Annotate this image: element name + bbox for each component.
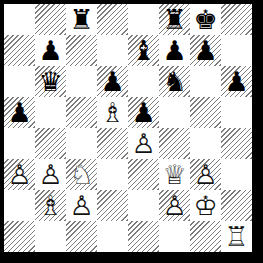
square-h2[interactable] bbox=[221, 190, 252, 221]
square-c7[interactable] bbox=[66, 35, 97, 66]
square-d6[interactable]: ♟ bbox=[97, 66, 128, 97]
board-frame: ♜♜♚♟♝♟♟♛♟♞♟♟♝♗♟♟♙♟♙♟♙♞♘♛♕♟♙♝♗♟♙♟♙♚♔♜♖ bbox=[0, 0, 263, 263]
square-b4[interactable] bbox=[35, 128, 66, 159]
black-rook: ♜ bbox=[159, 4, 190, 35]
pawn-outline-glyph: ♙ bbox=[35, 159, 66, 190]
square-h1[interactable]: ♜♖ bbox=[221, 221, 252, 252]
black-pawn: ♟ bbox=[35, 35, 66, 66]
pawn-glyph: ♟ bbox=[35, 35, 66, 66]
square-g2[interactable]: ♚♔ bbox=[190, 190, 221, 221]
bishop-glyph: ♝ bbox=[128, 35, 159, 66]
pawn-outline-glyph: ♙ bbox=[159, 190, 190, 221]
black-queen: ♛ bbox=[35, 66, 66, 97]
square-d1[interactable] bbox=[97, 221, 128, 252]
square-e5[interactable]: ♟ bbox=[128, 97, 159, 128]
square-c1[interactable] bbox=[66, 221, 97, 252]
white-bishop: ♝♗ bbox=[35, 190, 66, 221]
king-glyph: ♚ bbox=[190, 4, 221, 35]
queen-glyph: ♛ bbox=[35, 66, 66, 97]
square-e1[interactable] bbox=[128, 221, 159, 252]
square-c8[interactable]: ♜ bbox=[66, 4, 97, 35]
square-a4[interactable] bbox=[4, 128, 35, 159]
white-rook: ♜♖ bbox=[221, 221, 252, 252]
square-a3[interactable]: ♟♙ bbox=[4, 159, 35, 190]
knight-outline-glyph: ♘ bbox=[66, 159, 97, 190]
pawn-outline-glyph: ♙ bbox=[66, 190, 97, 221]
square-e6[interactable] bbox=[128, 66, 159, 97]
square-f3[interactable]: ♛♕ bbox=[159, 159, 190, 190]
pawn-outline-glyph: ♙ bbox=[128, 128, 159, 159]
white-knight: ♞♘ bbox=[66, 159, 97, 190]
square-a8[interactable] bbox=[4, 4, 35, 35]
rook-outline-glyph: ♖ bbox=[221, 221, 252, 252]
pawn-glyph: ♟ bbox=[128, 97, 159, 128]
square-f5[interactable] bbox=[159, 97, 190, 128]
bishop-outline-glyph: ♗ bbox=[97, 97, 128, 128]
square-d8[interactable] bbox=[97, 4, 128, 35]
pawn-glyph: ♟ bbox=[221, 66, 252, 97]
pawn-glyph: ♟ bbox=[190, 35, 221, 66]
square-a7[interactable] bbox=[4, 35, 35, 66]
rook-glyph: ♜ bbox=[66, 4, 97, 35]
square-g4[interactable] bbox=[190, 128, 221, 159]
square-g6[interactable] bbox=[190, 66, 221, 97]
square-g1[interactable] bbox=[190, 221, 221, 252]
black-pawn: ♟ bbox=[128, 97, 159, 128]
square-e7[interactable]: ♝ bbox=[128, 35, 159, 66]
white-pawn: ♟♙ bbox=[66, 190, 97, 221]
square-g7[interactable]: ♟ bbox=[190, 35, 221, 66]
black-bishop: ♝ bbox=[128, 35, 159, 66]
white-bishop: ♝♗ bbox=[97, 97, 128, 128]
king-outline-glyph: ♔ bbox=[190, 190, 221, 221]
square-h8[interactable] bbox=[221, 4, 252, 35]
pawn-outline-glyph: ♙ bbox=[4, 159, 35, 190]
square-f7[interactable]: ♟ bbox=[159, 35, 190, 66]
black-king: ♚ bbox=[190, 4, 221, 35]
square-h7[interactable] bbox=[221, 35, 252, 66]
square-c2[interactable]: ♟♙ bbox=[66, 190, 97, 221]
rook-glyph: ♜ bbox=[159, 4, 190, 35]
square-d7[interactable] bbox=[97, 35, 128, 66]
square-f4[interactable] bbox=[159, 128, 190, 159]
square-g3[interactable]: ♟♙ bbox=[190, 159, 221, 190]
square-c6[interactable] bbox=[66, 66, 97, 97]
square-d5[interactable]: ♝♗ bbox=[97, 97, 128, 128]
white-pawn: ♟♙ bbox=[35, 159, 66, 190]
square-b2[interactable]: ♝♗ bbox=[35, 190, 66, 221]
pawn-outline-glyph: ♙ bbox=[190, 159, 221, 190]
square-e8[interactable] bbox=[128, 4, 159, 35]
square-h6[interactable]: ♟ bbox=[221, 66, 252, 97]
square-d2[interactable] bbox=[97, 190, 128, 221]
queen-outline-glyph: ♕ bbox=[159, 159, 190, 190]
pawn-glyph: ♟ bbox=[97, 66, 128, 97]
white-pawn: ♟♙ bbox=[190, 159, 221, 190]
square-a1[interactable] bbox=[4, 221, 35, 252]
black-pawn: ♟ bbox=[4, 97, 35, 128]
knight-glyph: ♞ bbox=[159, 66, 190, 97]
pawn-glyph: ♟ bbox=[4, 97, 35, 128]
square-a5[interactable]: ♟ bbox=[4, 97, 35, 128]
square-f6[interactable]: ♞ bbox=[159, 66, 190, 97]
square-g5[interactable] bbox=[190, 97, 221, 128]
square-e2[interactable] bbox=[128, 190, 159, 221]
square-c3[interactable]: ♞♘ bbox=[66, 159, 97, 190]
white-queen: ♛♕ bbox=[159, 159, 190, 190]
square-a2[interactable] bbox=[4, 190, 35, 221]
square-b7[interactable]: ♟ bbox=[35, 35, 66, 66]
white-king: ♚♔ bbox=[190, 190, 221, 221]
square-g8[interactable]: ♚ bbox=[190, 4, 221, 35]
square-b1[interactable] bbox=[35, 221, 66, 252]
chess-board: ♜♜♚♟♝♟♟♛♟♞♟♟♝♗♟♟♙♟♙♟♙♞♘♛♕♟♙♝♗♟♙♟♙♚♔♜♖ bbox=[4, 4, 252, 252]
square-a6[interactable] bbox=[4, 66, 35, 97]
square-c4[interactable] bbox=[66, 128, 97, 159]
white-pawn: ♟♙ bbox=[4, 159, 35, 190]
white-pawn: ♟♙ bbox=[128, 128, 159, 159]
square-d4[interactable] bbox=[97, 128, 128, 159]
square-f2[interactable]: ♟♙ bbox=[159, 190, 190, 221]
square-e3[interactable] bbox=[128, 159, 159, 190]
square-h3[interactable] bbox=[221, 159, 252, 190]
square-b3[interactable]: ♟♙ bbox=[35, 159, 66, 190]
square-f8[interactable]: ♜ bbox=[159, 4, 190, 35]
square-f1[interactable] bbox=[159, 221, 190, 252]
square-d3[interactable] bbox=[97, 159, 128, 190]
white-pawn: ♟♙ bbox=[159, 190, 190, 221]
pawn-glyph: ♟ bbox=[159, 35, 190, 66]
black-pawn: ♟ bbox=[159, 35, 190, 66]
square-h4[interactable] bbox=[221, 128, 252, 159]
square-b8[interactable] bbox=[35, 4, 66, 35]
square-h5[interactable] bbox=[221, 97, 252, 128]
black-knight: ♞ bbox=[159, 66, 190, 97]
square-e4[interactable]: ♟♙ bbox=[128, 128, 159, 159]
square-b6[interactable]: ♛ bbox=[35, 66, 66, 97]
black-rook: ♜ bbox=[66, 4, 97, 35]
square-c5[interactable] bbox=[66, 97, 97, 128]
black-pawn: ♟ bbox=[97, 66, 128, 97]
bishop-outline-glyph: ♗ bbox=[35, 190, 66, 221]
black-pawn: ♟ bbox=[221, 66, 252, 97]
square-b5[interactable] bbox=[35, 97, 66, 128]
black-pawn: ♟ bbox=[190, 35, 221, 66]
